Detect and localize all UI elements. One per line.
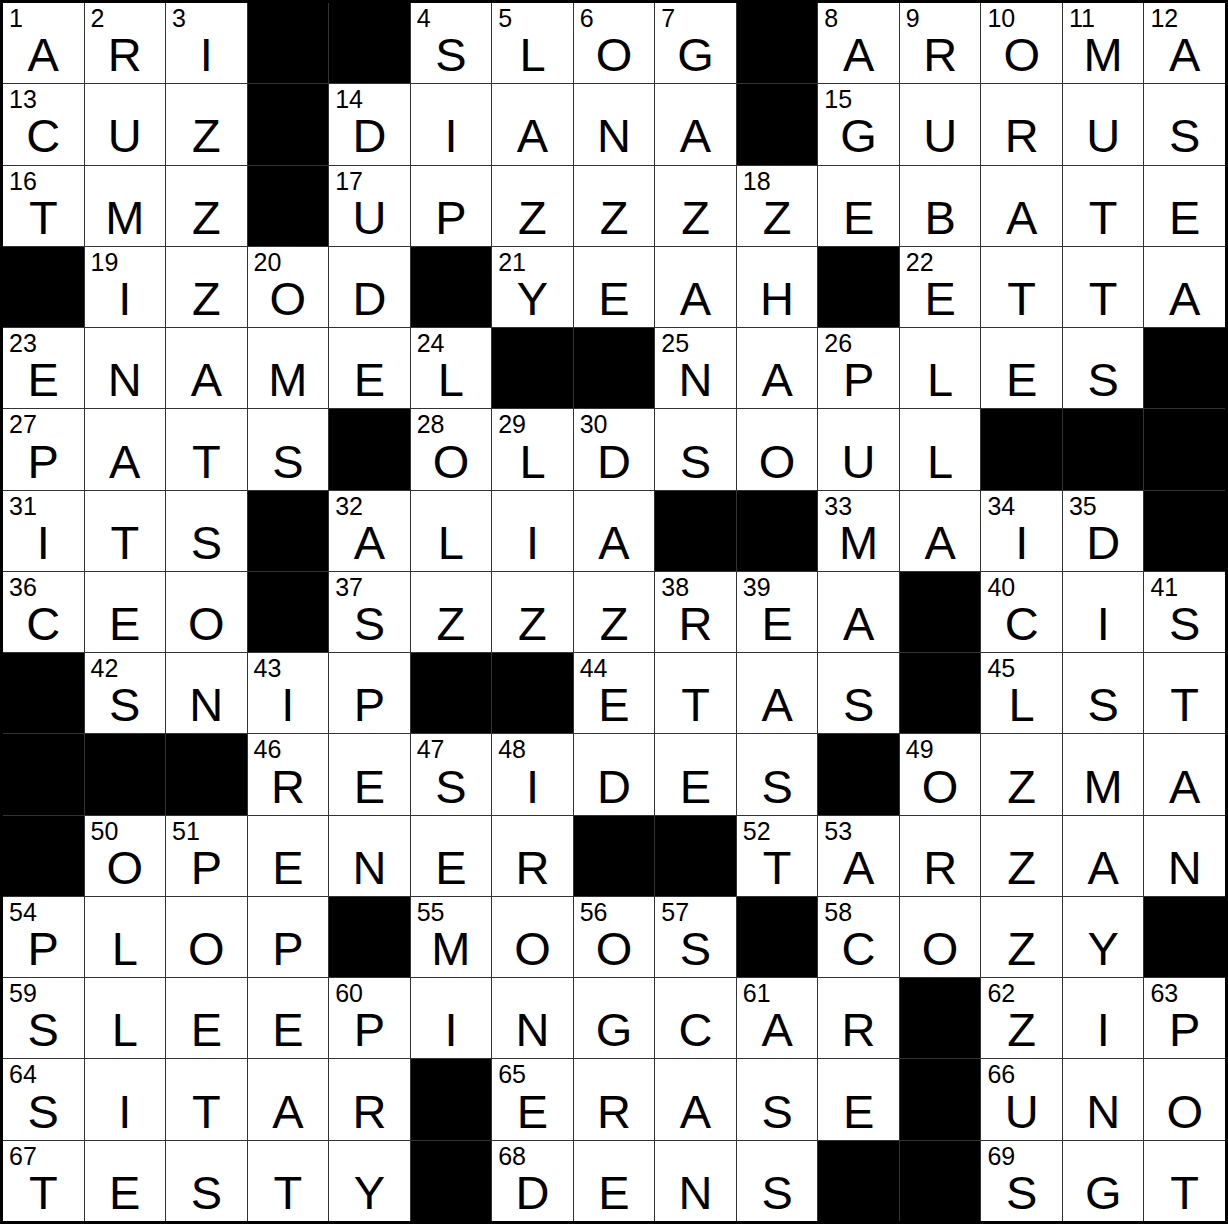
letter-cell[interactable]: T xyxy=(166,1059,247,1139)
cell-letter: O xyxy=(900,760,981,814)
cell-letter: A xyxy=(166,353,247,407)
letter-cell[interactable]: N xyxy=(655,1141,736,1221)
cell-letter: A xyxy=(574,516,655,570)
letter-cell[interactable]: A xyxy=(166,328,247,408)
letter-cell[interactable]: L xyxy=(900,328,981,408)
letter-cell[interactable]: I xyxy=(1063,572,1144,652)
letter-cell[interactable]: 62Z xyxy=(981,978,1062,1058)
cell-letter: T xyxy=(85,516,166,570)
black-cell xyxy=(3,734,84,814)
letter-cell[interactable]: G xyxy=(574,978,655,1058)
cell-letter: N xyxy=(492,1003,573,1057)
letter-cell[interactable]: 63P xyxy=(1144,978,1225,1058)
cell-letter: O xyxy=(85,841,166,895)
cell-letter: S xyxy=(1144,109,1225,163)
letter-cell[interactable]: A xyxy=(981,166,1062,246)
letter-cell[interactable]: 10O xyxy=(981,3,1062,83)
letter-cell[interactable]: O xyxy=(900,897,981,977)
letter-cell[interactable]: S xyxy=(737,1141,818,1221)
cell-letter: E xyxy=(3,353,84,407)
cell-letter: P xyxy=(1144,1003,1225,1057)
letter-cell[interactable]: 52T xyxy=(737,816,818,896)
letter-cell[interactable]: E xyxy=(329,734,410,814)
letter-cell[interactable]: 43I xyxy=(248,653,329,733)
letter-cell[interactable]: Z xyxy=(492,166,573,246)
black-cell xyxy=(248,3,329,83)
letter-cell[interactable]: 25N xyxy=(655,328,736,408)
letter-cell[interactable]: A xyxy=(574,491,655,571)
letter-cell[interactable]: A xyxy=(492,84,573,164)
cell-letter: C xyxy=(3,109,84,163)
letter-cell[interactable]: E xyxy=(818,166,899,246)
cell-letter: T xyxy=(655,678,736,732)
letter-cell[interactable]: 40C xyxy=(981,572,1062,652)
letter-cell[interactable]: M xyxy=(1063,734,1144,814)
letter-cell[interactable]: Z xyxy=(166,84,247,164)
cell-letter: D xyxy=(574,760,655,814)
letter-cell[interactable]: T xyxy=(981,247,1062,327)
cell-letter: A xyxy=(981,191,1062,245)
cell-letter: E xyxy=(574,272,655,326)
cell-letter: E xyxy=(166,1003,247,1057)
black-cell xyxy=(900,1141,981,1221)
cell-letter: S xyxy=(166,1166,247,1220)
letter-cell[interactable]: 21Y xyxy=(492,247,573,327)
letter-cell[interactable]: E xyxy=(329,328,410,408)
letter-cell[interactable]: O xyxy=(737,409,818,489)
letter-cell[interactable]: S xyxy=(1063,328,1144,408)
letter-cell[interactable]: H xyxy=(737,247,818,327)
cell-letter: Z xyxy=(492,597,573,651)
letter-cell[interactable]: A xyxy=(655,247,736,327)
cell-letter: I xyxy=(85,272,166,326)
letter-cell[interactable]: S xyxy=(737,734,818,814)
black-cell xyxy=(900,1059,981,1139)
letter-cell[interactable]: I xyxy=(411,978,492,1058)
letter-cell[interactable]: 3I xyxy=(166,3,247,83)
letter-cell[interactable]: T xyxy=(1063,247,1144,327)
letter-cell[interactable]: L xyxy=(85,978,166,1058)
cell-letter: A xyxy=(818,28,899,82)
cell-letter: T xyxy=(1144,678,1225,732)
cell-letter: M xyxy=(411,922,492,976)
cell-letter: R xyxy=(492,841,573,895)
letter-cell[interactable]: 28O xyxy=(411,409,492,489)
letter-cell[interactable]: U xyxy=(900,84,981,164)
cell-letter: U xyxy=(981,1085,1062,1139)
letter-cell[interactable]: S xyxy=(166,1141,247,1221)
letter-cell[interactable]: E xyxy=(1144,166,1225,246)
letter-cell[interactable]: 42S xyxy=(85,653,166,733)
letter-cell[interactable]: T xyxy=(1144,653,1225,733)
letter-cell[interactable]: T xyxy=(1063,166,1144,246)
letter-cell[interactable]: Z xyxy=(411,572,492,652)
black-cell xyxy=(900,572,981,652)
cell-letter: M xyxy=(248,353,329,407)
cell-letter: O xyxy=(411,435,492,489)
black-cell xyxy=(737,897,818,977)
letter-cell[interactable]: N xyxy=(492,978,573,1058)
letter-cell[interactable]: 4S xyxy=(411,3,492,83)
black-cell xyxy=(3,653,84,733)
letter-cell[interactable]: 29L xyxy=(492,409,573,489)
letter-cell[interactable]: 13C xyxy=(3,84,84,164)
letter-cell[interactable]: 2R xyxy=(85,3,166,83)
letter-cell[interactable]: T xyxy=(655,653,736,733)
cell-letter: E xyxy=(248,841,329,895)
letter-cell[interactable]: P xyxy=(248,897,329,977)
letter-cell[interactable]: L xyxy=(85,897,166,977)
cell-letter: O xyxy=(248,272,329,326)
letter-cell[interactable]: 68D xyxy=(492,1141,573,1221)
letter-cell[interactable]: M xyxy=(85,166,166,246)
letter-cell[interactable]: S xyxy=(166,491,247,571)
letter-cell[interactable]: E xyxy=(981,328,1062,408)
cell-letter: G xyxy=(655,28,736,82)
cell-letter: L xyxy=(85,922,166,976)
letter-cell[interactable]: 15G xyxy=(818,84,899,164)
letter-cell[interactable]: 8A xyxy=(818,3,899,83)
cell-letter: A xyxy=(1144,760,1225,814)
letter-cell[interactable]: N xyxy=(329,816,410,896)
letter-cell[interactable]: 47S xyxy=(411,734,492,814)
cell-letter: P xyxy=(411,191,492,245)
letter-cell[interactable]: S xyxy=(1144,84,1225,164)
letter-cell[interactable]: A xyxy=(655,1059,736,1139)
letter-cell[interactable]: A xyxy=(85,409,166,489)
cell-letter: E xyxy=(329,353,410,407)
cell-letter: I xyxy=(492,760,573,814)
black-cell xyxy=(411,653,492,733)
cell-letter: A xyxy=(655,272,736,326)
letter-cell[interactable]: Z xyxy=(574,166,655,246)
letter-cell[interactable]: N xyxy=(1063,1059,1144,1139)
letter-cell[interactable]: N xyxy=(166,653,247,733)
letter-cell[interactable]: S xyxy=(1063,653,1144,733)
cell-letter: L xyxy=(900,435,981,489)
letter-cell[interactable]: Z xyxy=(655,166,736,246)
letter-cell[interactable]: A xyxy=(1144,734,1225,814)
letter-cell[interactable]: 30D xyxy=(574,409,655,489)
cell-letter: A xyxy=(737,353,818,407)
cell-letter: E xyxy=(818,1085,899,1139)
letter-cell[interactable]: 6O xyxy=(574,3,655,83)
cell-letter: P xyxy=(3,435,84,489)
letter-cell[interactable]: P xyxy=(411,166,492,246)
letter-cell[interactable]: O xyxy=(166,572,247,652)
letter-cell[interactable]: 58C xyxy=(818,897,899,977)
letter-cell[interactable]: 46R xyxy=(248,734,329,814)
letter-cell[interactable]: 61A xyxy=(737,978,818,1058)
cell-letter: R xyxy=(85,28,166,82)
letter-cell[interactable]: 14D xyxy=(329,84,410,164)
letter-cell[interactable]: 60P xyxy=(329,978,410,1058)
cell-letter: A xyxy=(329,516,410,570)
letter-cell[interactable]: 17U xyxy=(329,166,410,246)
black-cell xyxy=(737,491,818,571)
letter-cell[interactable]: A xyxy=(655,84,736,164)
letter-cell[interactable]: Z xyxy=(166,247,247,327)
letter-cell[interactable]: E xyxy=(574,1141,655,1221)
letter-cell[interactable]: 39E xyxy=(737,572,818,652)
letter-cell[interactable]: 33M xyxy=(818,491,899,571)
letter-cell[interactable]: 54P xyxy=(3,897,84,977)
letter-cell[interactable]: 20O xyxy=(248,247,329,327)
letter-cell[interactable]: U xyxy=(818,409,899,489)
letter-cell[interactable]: R xyxy=(329,1059,410,1139)
letter-cell[interactable]: Z xyxy=(492,572,573,652)
cell-letter: C xyxy=(981,597,1062,651)
letter-cell[interactable]: 41S xyxy=(1144,572,1225,652)
letter-cell[interactable]: E xyxy=(85,572,166,652)
cell-letter: R xyxy=(981,109,1062,163)
letter-cell[interactable]: L xyxy=(900,409,981,489)
letter-cell[interactable]: A xyxy=(248,1059,329,1139)
letter-cell[interactable]: E xyxy=(411,816,492,896)
letter-cell[interactable]: 55M xyxy=(411,897,492,977)
letter-cell[interactable]: A xyxy=(1063,816,1144,896)
letter-cell[interactable]: A xyxy=(900,491,981,571)
cell-letter: I xyxy=(1063,1003,1144,1057)
letter-cell[interactable]: 45L xyxy=(981,653,1062,733)
letter-cell[interactable]: P xyxy=(329,653,410,733)
letter-cell[interactable]: D xyxy=(329,247,410,327)
letter-cell[interactable]: R xyxy=(574,1059,655,1139)
cell-letter: S xyxy=(818,678,899,732)
letter-cell[interactable]: 69S xyxy=(981,1141,1062,1221)
letter-cell[interactable]: 26P xyxy=(818,328,899,408)
letter-cell[interactable]: G xyxy=(1063,1141,1144,1221)
letter-cell[interactable]: A xyxy=(1144,247,1225,327)
cell-letter: Z xyxy=(411,597,492,651)
letter-cell[interactable]: A xyxy=(737,653,818,733)
letter-cell[interactable]: 12A xyxy=(1144,3,1225,83)
cell-letter: S xyxy=(1144,597,1225,651)
letter-cell[interactable]: L xyxy=(411,491,492,571)
black-cell xyxy=(1144,491,1225,571)
cell-letter: C xyxy=(3,597,84,651)
letter-cell[interactable]: S xyxy=(655,409,736,489)
letter-cell[interactable]: 64S xyxy=(3,1059,84,1139)
cell-letter: P xyxy=(818,353,899,407)
letter-cell[interactable]: Z xyxy=(981,816,1062,896)
cell-letter: A xyxy=(900,516,981,570)
black-cell xyxy=(737,84,818,164)
black-cell xyxy=(981,409,1062,489)
cell-letter: G xyxy=(574,1003,655,1057)
letter-cell[interactable]: M xyxy=(248,328,329,408)
letter-cell[interactable]: R xyxy=(900,816,981,896)
cell-letter: N xyxy=(1063,1085,1144,1139)
cell-letter: I xyxy=(411,109,492,163)
black-cell xyxy=(655,816,736,896)
letter-cell[interactable]: I xyxy=(411,84,492,164)
letter-cell[interactable]: E xyxy=(166,978,247,1058)
letter-cell[interactable]: 27P xyxy=(3,409,84,489)
cell-letter: Z xyxy=(574,597,655,651)
letter-cell[interactable]: 34I xyxy=(981,491,1062,571)
cell-letter: E xyxy=(248,1003,329,1057)
letter-cell[interactable]: 9R xyxy=(900,3,981,83)
letter-cell[interactable]: 38R xyxy=(655,572,736,652)
letter-cell[interactable]: 11M xyxy=(1063,3,1144,83)
letter-cell[interactable]: 18Z xyxy=(737,166,818,246)
letter-cell[interactable]: 50O xyxy=(85,816,166,896)
cell-letter: E xyxy=(574,1166,655,1220)
cell-letter: Z xyxy=(655,191,736,245)
letter-cell[interactable]: O xyxy=(492,897,573,977)
letter-cell[interactable]: 44E xyxy=(574,653,655,733)
letter-cell[interactable]: E xyxy=(248,816,329,896)
cell-letter: E xyxy=(981,353,1062,407)
letter-cell[interactable]: R xyxy=(818,978,899,1058)
black-cell xyxy=(1144,328,1225,408)
letter-cell[interactable]: I xyxy=(492,491,573,571)
letter-cell[interactable]: I xyxy=(1063,978,1144,1058)
black-cell xyxy=(248,491,329,571)
cell-letter: R xyxy=(329,1085,410,1139)
cell-letter: S xyxy=(1063,353,1144,407)
black-cell xyxy=(411,247,492,327)
cell-letter: B xyxy=(900,191,981,245)
letter-cell[interactable]: 48I xyxy=(492,734,573,814)
letter-cell[interactable]: N xyxy=(85,328,166,408)
letter-cell[interactable]: 35D xyxy=(1063,491,1144,571)
cell-letter: R xyxy=(900,28,981,82)
letter-cell[interactable]: T xyxy=(1144,1141,1225,1221)
cell-letter: I xyxy=(492,516,573,570)
cell-letter: I xyxy=(166,28,247,82)
cell-letter: I xyxy=(981,516,1062,570)
black-cell xyxy=(411,1141,492,1221)
letter-cell[interactable]: T xyxy=(85,491,166,571)
cell-letter: U xyxy=(329,191,410,245)
letter-cell[interactable]: N xyxy=(574,84,655,164)
letter-cell[interactable]: 67T xyxy=(3,1141,84,1221)
letter-cell[interactable]: R xyxy=(981,84,1062,164)
letter-cell[interactable]: S xyxy=(248,409,329,489)
black-cell xyxy=(329,409,410,489)
letter-cell[interactable]: E xyxy=(655,734,736,814)
letter-cell[interactable]: O xyxy=(1144,1059,1225,1139)
cell-letter: Z xyxy=(166,272,247,326)
cell-letter: Y xyxy=(1063,922,1144,976)
cell-letter: L xyxy=(85,1003,166,1057)
cell-letter: D xyxy=(492,1166,573,1220)
letter-cell[interactable]: N xyxy=(1144,816,1225,896)
black-cell xyxy=(1063,409,1144,489)
cell-letter: A xyxy=(1144,272,1225,326)
cell-letter: S xyxy=(3,1003,84,1057)
cell-letter: Z xyxy=(981,841,1062,895)
letter-cell[interactable]: 22E xyxy=(900,247,981,327)
letter-cell[interactable]: A xyxy=(818,572,899,652)
letter-cell[interactable]: T xyxy=(166,409,247,489)
letter-cell[interactable]: E xyxy=(574,247,655,327)
cell-letter: L xyxy=(492,435,573,489)
black-cell xyxy=(818,1141,899,1221)
letter-cell[interactable]: E xyxy=(248,978,329,1058)
black-cell xyxy=(818,734,899,814)
cell-letter: O xyxy=(574,28,655,82)
letter-cell[interactable]: U xyxy=(1063,84,1144,164)
black-cell xyxy=(248,166,329,246)
letter-cell[interactable]: 7G xyxy=(655,3,736,83)
black-cell xyxy=(3,247,84,327)
letter-cell[interactable]: Z xyxy=(981,734,1062,814)
letter-cell[interactable]: Y xyxy=(329,1141,410,1221)
cell-letter: Z xyxy=(981,760,1062,814)
letter-cell[interactable]: 5L xyxy=(492,3,573,83)
cell-letter: U xyxy=(1063,109,1144,163)
cell-letter: I xyxy=(411,1003,492,1057)
letter-cell[interactable]: 31I xyxy=(3,491,84,571)
letter-cell[interactable]: 57S xyxy=(655,897,736,977)
letter-cell[interactable]: 24L xyxy=(411,328,492,408)
cell-letter: E xyxy=(818,191,899,245)
letter-cell[interactable]: 66U xyxy=(981,1059,1062,1139)
letter-cell[interactable]: 32A xyxy=(329,491,410,571)
letter-cell[interactable]: E xyxy=(85,1141,166,1221)
letter-cell[interactable]: R xyxy=(492,816,573,896)
cell-letter: H xyxy=(737,272,818,326)
letter-cell[interactable]: 37S xyxy=(329,572,410,652)
cell-letter: Z xyxy=(737,191,818,245)
black-cell xyxy=(166,734,247,814)
letter-cell[interactable]: B xyxy=(900,166,981,246)
letter-cell[interactable]: 1A xyxy=(3,3,84,83)
letter-cell[interactable]: 53A xyxy=(818,816,899,896)
cell-letter: N xyxy=(574,109,655,163)
cell-letter: I xyxy=(3,516,84,570)
cell-letter: Z xyxy=(574,191,655,245)
cell-letter: P xyxy=(166,841,247,895)
letter-cell[interactable]: 23E xyxy=(3,328,84,408)
letter-cell[interactable]: I xyxy=(85,1059,166,1139)
cell-letter: S xyxy=(1063,678,1144,732)
letter-cell[interactable]: Z xyxy=(981,897,1062,977)
letter-cell[interactable]: 65E xyxy=(492,1059,573,1139)
letter-cell[interactable]: 56O xyxy=(574,897,655,977)
letter-cell[interactable]: 59S xyxy=(3,978,84,1058)
letter-cell[interactable]: E xyxy=(818,1059,899,1139)
letter-cell[interactable]: D xyxy=(574,734,655,814)
cell-letter: N xyxy=(329,841,410,895)
letter-cell[interactable]: Y xyxy=(1063,897,1144,977)
cell-letter: O xyxy=(900,922,981,976)
letter-cell[interactable]: C xyxy=(655,978,736,1058)
letter-cell[interactable]: A xyxy=(737,328,818,408)
cell-letter: Z xyxy=(981,1003,1062,1057)
letter-cell[interactable]: O xyxy=(166,897,247,977)
letter-cell[interactable]: U xyxy=(85,84,166,164)
letter-cell[interactable]: 16T xyxy=(3,166,84,246)
cell-letter: E xyxy=(737,597,818,651)
cell-letter: S xyxy=(655,922,736,976)
letter-cell[interactable]: 36C xyxy=(3,572,84,652)
letter-cell[interactable]: S xyxy=(737,1059,818,1139)
letter-cell[interactable]: 51P xyxy=(166,816,247,896)
cell-letter: O xyxy=(166,597,247,651)
letter-cell[interactable]: Z xyxy=(166,166,247,246)
letter-cell[interactable]: S xyxy=(818,653,899,733)
letter-cell[interactable]: 19I xyxy=(85,247,166,327)
letter-cell[interactable]: Z xyxy=(574,572,655,652)
cell-letter: O xyxy=(166,922,247,976)
cell-letter: P xyxy=(329,678,410,732)
letter-cell[interactable]: 49O xyxy=(900,734,981,814)
letter-cell[interactable]: T xyxy=(248,1141,329,1221)
